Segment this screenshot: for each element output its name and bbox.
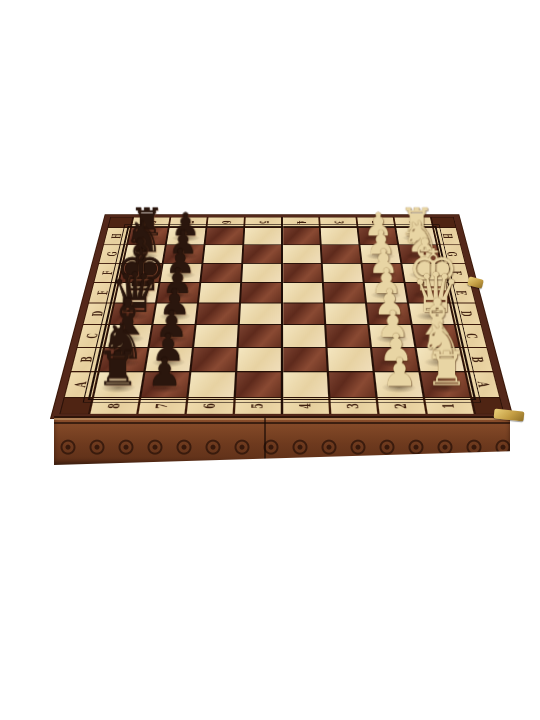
file-label: G: [445, 252, 457, 256]
piece-black-pawn: ♟: [141, 354, 188, 391]
file-label: G: [107, 252, 119, 256]
piece-white-rook: ♜: [423, 347, 470, 392]
box-front-seam: [264, 418, 266, 465]
pieces-layer: ♜♞♝♚♛♝♞♜♟♟♟♟♟♟♟♟♟♟♟♟♟♟♟♟♜♞♝♚♛♝♞♜: [59, 217, 505, 414]
piece-anchor-a8: ♜: [93, 371, 145, 397]
product-photo-background: 87654321HHGGFFEEDDCCBBAA87654321 ♜♞♝♚♛♝♞…: [0, 0, 540, 720]
rank-label: 6: [220, 221, 231, 224]
rank-label: 3: [333, 221, 344, 224]
file-label: H: [441, 234, 453, 239]
rank-label: 8: [145, 221, 156, 224]
chess-board: 87654321HHGGFFEEDDCCBBAA87654321 ♜♞♝♚♛♝♞…: [51, 215, 512, 419]
rank-label: 1: [408, 221, 419, 224]
piece-white-pawn: ♟: [376, 354, 423, 391]
rank-label: 5: [258, 221, 269, 224]
rank-label: 2: [370, 221, 381, 224]
file-label: H: [111, 234, 123, 239]
piece-anchor-a2: ♟: [374, 371, 424, 397]
piece-anchor-a7: ♟: [140, 371, 190, 397]
piece-black-rook: ♜: [94, 347, 141, 392]
rank-label: 7: [183, 221, 194, 224]
rank-label: 4: [295, 221, 306, 224]
piece-anchor-a1: ♜: [420, 371, 472, 397]
